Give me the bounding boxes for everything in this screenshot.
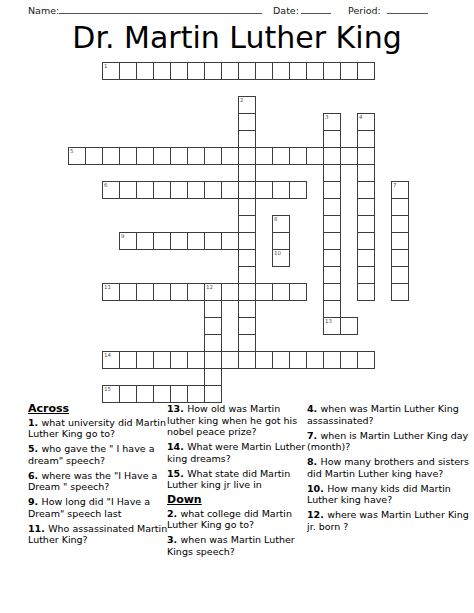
grid-cell[interactable] [357,181,375,199]
grid-cell[interactable] [255,351,273,369]
grid-cell[interactable] [119,181,137,199]
grid-cell[interactable] [272,232,290,250]
grid-cell[interactable] [272,62,290,80]
grid-cell[interactable] [136,181,154,199]
clues-section-header: Down [167,494,307,506]
clue-item: 12. where was Martin Luther King jr. bor… [307,509,469,532]
grid-cell[interactable] [391,215,409,233]
grid-cell[interactable] [289,147,307,165]
grid-cell[interactable]: 7 [391,181,409,199]
grid-cell[interactable] [255,147,273,165]
grid-cell[interactable] [391,266,409,284]
grid-cell[interactable] [272,351,290,369]
clue-number-label: 7. [307,430,321,441]
cell-number: 9 [121,233,125,239]
page-title: Dr. Martin Luther King [0,20,474,55]
grid-cell[interactable] [170,232,188,250]
grid-cell[interactable] [357,283,375,301]
grid-cell[interactable]: 8 [272,215,290,233]
grid-cell[interactable] [340,62,358,80]
grid-cell[interactable] [357,62,375,80]
grid-cell[interactable]: 15 [102,385,120,403]
grid-cell[interactable] [170,62,188,80]
grid-cell[interactable] [153,147,171,165]
clue-item: 15. What state did Martin Luther king jr… [167,468,307,491]
grid-cell[interactable] [357,215,375,233]
grid-cell[interactable] [255,62,273,80]
grid-cell[interactable] [136,232,154,250]
grid-cell[interactable] [153,62,171,80]
grid-cell[interactable] [119,385,137,403]
grid-cell[interactable] [204,351,222,369]
grid-cell[interactable] [340,317,358,335]
grid-cell[interactable] [306,147,324,165]
clue-item: 2. what college did Martin Luther King g… [167,508,307,531]
grid-cell[interactable] [289,181,307,199]
grid-cell[interactable] [204,334,222,352]
cell-number: 13 [325,318,332,324]
name-line [59,3,262,14]
clue-number-label: 13. [167,403,187,414]
grid-cell[interactable] [238,130,256,148]
clue-item: 14. What were Martin Luther king dreams? [167,441,307,464]
grid-cell[interactable]: 1 [102,62,120,80]
grid-cell[interactable] [153,283,171,301]
grid-cell[interactable] [357,198,375,216]
grid-cell[interactable] [323,62,341,80]
grid-cell[interactable]: 5 [68,147,86,165]
grid-cell[interactable] [238,181,256,199]
grid-cell[interactable] [357,232,375,250]
grid-cell[interactable] [221,232,239,250]
grid-cell[interactable] [357,164,375,182]
grid-cell[interactable] [238,113,256,131]
cell-number: 7 [393,182,397,188]
grid-cell[interactable] [221,283,239,301]
grid-cell[interactable] [238,266,256,284]
grid-cell[interactable] [136,283,154,301]
grid-cell[interactable] [204,232,222,250]
clue-item: 3. when was Martin Luther Kings speech? [167,534,307,557]
grid-cell[interactable] [391,249,409,267]
clue-number-label: 12. [307,509,327,520]
clue-number-label: 11. [28,523,48,534]
clue-number-label: 10. [307,483,327,494]
grid-cell[interactable] [357,351,375,369]
grid-cell[interactable] [170,351,188,369]
grid-cell[interactable] [323,147,341,165]
grid-cell[interactable] [170,283,188,301]
clue-number-label: 14. [167,441,187,452]
grid-cell[interactable] [170,147,188,165]
clue-item: 5. who gave the " I have a dream" speech… [28,443,168,466]
clue-item: 11. Who assassinated Martin Luther King? [28,523,168,546]
cell-number: 14 [104,352,111,358]
clue-number-label: 2. [167,508,181,519]
cell-number: 8 [274,216,278,222]
clue-number-label: 8. [307,456,321,467]
grid-cell[interactable]: 2 [238,96,256,114]
grid-cell[interactable] [204,385,222,403]
grid-cell[interactable] [323,181,341,199]
cell-number: 2 [240,97,244,103]
cell-number: 12 [206,284,213,290]
grid-cell[interactable]: 9 [119,232,137,250]
grid-cell[interactable] [136,385,154,403]
clue-item: 13. How old was Martin luther king when … [167,403,307,438]
grid-cell[interactable] [255,181,273,199]
clue-column-middle: 13. How old was Martin luther king when … [167,403,307,561]
grid-cell[interactable] [323,351,341,369]
clue-number-label: 4. [307,403,321,414]
grid-cell[interactable] [391,232,409,250]
grid-cell[interactable] [204,62,222,80]
grid-cell[interactable] [323,283,341,301]
grid-cell[interactable] [323,215,341,233]
clue-item: 1. what university did Martin Luther Kin… [28,417,168,440]
grid-cell[interactable] [153,385,171,403]
grid-cell[interactable] [357,130,375,148]
grid-cell[interactable] [187,232,205,250]
cell-number: 4 [359,114,363,120]
grid-cell[interactable] [187,385,205,403]
grid-cell[interactable] [357,249,375,267]
date-label: Date: [273,5,299,16]
date-line [301,3,331,14]
grid-cell[interactable] [221,147,239,165]
clue-item: 8. How many brothers and sisters did Mar… [307,456,469,479]
grid-cell[interactable] [170,385,188,403]
grid-cell[interactable] [238,164,256,182]
grid-cell[interactable]: 3 [323,113,341,131]
grid-cell[interactable]: 10 [272,249,290,267]
clue-item: 6. where was the "I Have a Dream " speec… [28,470,168,493]
grid-cell[interactable] [153,351,171,369]
cell-number: 10 [274,250,281,256]
clue-item: 4. when was Martin Luther King assassina… [307,403,469,426]
clue-number-label: 15. [167,468,187,479]
grid-cell[interactable] [238,249,256,267]
grid-cell[interactable] [221,181,239,199]
grid-cell[interactable] [323,266,341,284]
grid-cell[interactable] [187,351,205,369]
clue-column-right: 4. when was Martin Luther King assassina… [307,403,469,536]
grid-cell[interactable] [119,147,137,165]
grid-cell[interactable] [289,351,307,369]
grid-cell[interactable] [204,317,222,335]
grid-cell[interactable] [102,147,120,165]
clues-section-header: Across [28,403,168,415]
grid-cell[interactable]: 13 [323,317,341,335]
grid-cell[interactable] [119,62,137,80]
grid-cell[interactable]: 11 [102,283,120,301]
grid-cell[interactable] [323,300,341,318]
grid-cell[interactable] [340,147,358,165]
name-label: Name: [28,5,59,16]
grid-cell[interactable] [187,181,205,199]
grid-cell[interactable] [289,62,307,80]
grid-cell[interactable] [238,283,256,301]
period-label: Period: [348,5,381,16]
clue-number-label: 3. [167,534,181,545]
grid-cell[interactable] [289,283,307,301]
grid-cell[interactable] [136,62,154,80]
clue-item: 9. How long did "I Have a Dream" speech … [28,496,168,519]
grid-cell[interactable] [306,62,324,80]
worksheet-page: Name: Date: Period: Dr. Martin Luther Ki… [0,0,474,613]
grid-cell[interactable] [323,130,341,148]
grid-cell[interactable] [238,232,256,250]
grid-cell[interactable] [204,300,222,318]
clue-item: 10. How many kids did Martin Luther king… [307,483,469,506]
grid-cell[interactable] [323,232,341,250]
grid-cell[interactable] [323,249,341,267]
grid-cell[interactable]: 4 [357,113,375,131]
grid-cell[interactable] [119,283,137,301]
cell-number: 3 [325,114,329,120]
grid-cell[interactable] [238,300,256,318]
grid-cell[interactable] [340,351,358,369]
grid-cell[interactable] [238,351,256,369]
grid-cell[interactable] [119,351,137,369]
grid-cell[interactable] [204,181,222,199]
grid-cell[interactable] [238,215,256,233]
grid-cell[interactable] [238,198,256,216]
cell-number: 1 [104,63,108,69]
clue-number-label: 9. [28,496,42,507]
clue-number-label: 6. [28,470,42,481]
grid-cell[interactable] [391,198,409,216]
grid-cell[interactable] [272,147,290,165]
clue-number-label: 1. [28,417,42,428]
grid-cell[interactable] [136,147,154,165]
grid-cell[interactable]: 14 [102,351,120,369]
grid-cell[interactable] [323,164,341,182]
grid-cell[interactable] [204,147,222,165]
grid-cell[interactable] [187,62,205,80]
grid-cell[interactable] [221,351,239,369]
cell-number: 15 [104,386,111,392]
grid-cell[interactable] [187,283,205,301]
grid-cell[interactable] [136,351,154,369]
clue-item: 7. when is Martin Luther King day (month… [307,430,469,453]
grid-cell[interactable] [221,62,239,80]
grid-cell[interactable] [357,147,375,165]
period-line [387,3,428,14]
grid-cell[interactable] [272,283,290,301]
grid-cell[interactable] [238,317,256,335]
cell-number: 11 [104,284,111,290]
grid-cell[interactable] [357,266,375,284]
grid-cell[interactable] [85,147,103,165]
grid-cell[interactable] [238,62,256,80]
grid-cell[interactable] [238,334,256,352]
cell-number: 6 [104,182,108,188]
grid-cell[interactable] [272,181,290,199]
grid-cell[interactable] [391,283,409,301]
grid-cell[interactable]: 6 [102,181,120,199]
grid-cell[interactable] [255,283,273,301]
grid-cell[interactable] [204,368,222,386]
grid-cell[interactable] [306,351,324,369]
clue-column-left: Across1. what university did Martin Luth… [28,403,168,549]
grid-cell[interactable]: 12 [204,283,222,301]
grid-cell[interactable] [153,232,171,250]
grid-cell[interactable] [170,181,188,199]
grid-cell[interactable] [153,181,171,199]
grid-cell[interactable] [238,147,256,165]
cell-number: 5 [70,148,74,154]
clue-number-label: 5. [28,443,42,454]
crossword-grid: 123456789101112131415 [68,62,409,403]
grid-cell[interactable] [323,198,341,216]
grid-cell[interactable] [187,147,205,165]
